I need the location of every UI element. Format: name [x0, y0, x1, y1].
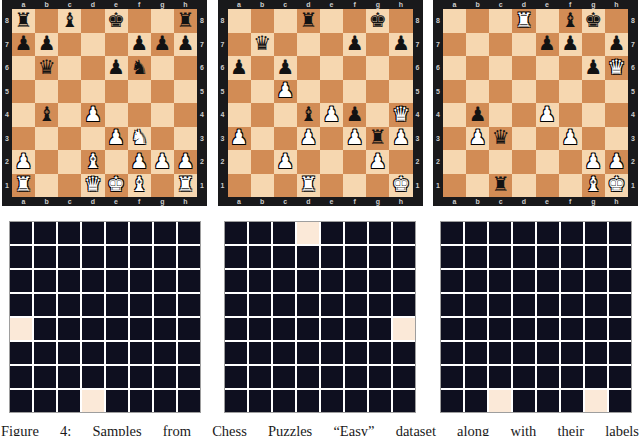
- piece-black-pawn: ♟: [607, 33, 625, 53]
- square-g3: [151, 127, 174, 151]
- square-c7: [274, 33, 297, 57]
- piece-black-king: ♚: [107, 10, 125, 30]
- piece-white-pawn: ♟: [469, 127, 487, 147]
- heatmap-cell-c8: [58, 222, 80, 244]
- heatmap-cell-c3: [273, 342, 295, 364]
- rank-label-2: 2: [2, 150, 12, 174]
- rank-label-2: 2: [218, 150, 228, 174]
- piece-white-bishop: ♝: [584, 174, 602, 194]
- heatmap-cell-d4: [82, 318, 104, 340]
- square-a5: [228, 80, 251, 104]
- heatmaps-row: [0, 221, 640, 413]
- piece-white-knight: ♞: [130, 127, 148, 147]
- rank-label-8: 8: [218, 9, 228, 33]
- square-d2: [512, 150, 535, 174]
- heatmap-cell-e3: [537, 342, 559, 364]
- piece-white-pawn: ♟: [84, 104, 102, 124]
- square-f4: [128, 103, 151, 127]
- square-c7: [58, 33, 81, 57]
- piece-white-bishop: ♝: [84, 151, 102, 171]
- rank-label-5: 5: [628, 80, 638, 104]
- piece-black-pawn: ♟: [392, 33, 410, 53]
- square-f5: [559, 80, 582, 104]
- rank-label-1: 1: [433, 174, 443, 198]
- square-c5: [58, 80, 81, 104]
- square-d6: [297, 56, 320, 80]
- square-b6: [466, 56, 489, 80]
- square-g6: [366, 56, 389, 80]
- square-g6: [151, 56, 174, 80]
- square-b4: [251, 103, 274, 127]
- heatmap-cell-a3: [441, 342, 463, 364]
- square-a8: [443, 9, 466, 33]
- heatmap-cell-h6: [178, 270, 200, 292]
- square-g8: ♚: [366, 9, 389, 33]
- square-a7: [228, 33, 251, 57]
- board-3-frame-corner: [433, 0, 443, 9]
- heatmap-cell-d4: [513, 318, 535, 340]
- board-1-frame-corner: [197, 197, 207, 206]
- rank-label-5: 5: [413, 80, 423, 104]
- file-label-h: h: [605, 0, 628, 9]
- square-a5: [443, 80, 466, 104]
- square-c1: ♜: [489, 174, 512, 198]
- heatmap-cell-d1-highlighted: [82, 390, 104, 412]
- square-e7: [320, 33, 343, 57]
- square-f5: [128, 80, 151, 104]
- square-e7: ♟: [536, 33, 559, 57]
- heatmap-cell-e5: [106, 294, 128, 316]
- heatmap-cell-f4: [345, 318, 367, 340]
- square-h1: ♜: [174, 174, 197, 198]
- heatmap-cell-b2: [34, 366, 56, 388]
- file-label-f: f: [343, 0, 366, 9]
- square-h3: ♟: [389, 127, 412, 151]
- rank-label-6: 6: [413, 56, 423, 80]
- file-label-d: d: [512, 0, 535, 9]
- piece-black-pawn: ♟: [176, 33, 194, 53]
- square-g6: ♟: [582, 56, 605, 80]
- rank-label-7: 7: [413, 33, 423, 57]
- heatmap-cell-f2: [345, 366, 367, 388]
- heatmap-cell-c8: [489, 222, 511, 244]
- piece-black-rook: ♜: [15, 10, 33, 30]
- square-a6: ♟: [228, 56, 251, 80]
- square-h5: [389, 80, 412, 104]
- rank-label-5: 5: [433, 80, 443, 104]
- heatmap-cell-d3: [297, 342, 319, 364]
- heatmap-cell-a1: [225, 390, 247, 412]
- file-label-e: e: [536, 197, 559, 206]
- file-label-d: d: [81, 197, 104, 206]
- rank-label-8: 8: [2, 9, 12, 33]
- rank-label-2: 2: [413, 150, 423, 174]
- heatmap-cell-h4: [609, 318, 631, 340]
- square-b7: ♛: [251, 33, 274, 57]
- heatmap-cell-e6: [106, 270, 128, 292]
- rank-label-8: 8: [413, 9, 423, 33]
- heatmap-cell-h6: [609, 270, 631, 292]
- heatmap-cell-c6: [58, 270, 80, 292]
- heatmap-cell-c7: [489, 246, 511, 268]
- heatmap-cell-g4: [369, 318, 391, 340]
- heatmap-cell-e7: [106, 246, 128, 268]
- square-c5: ♟: [274, 80, 297, 104]
- square-d5: [297, 80, 320, 104]
- piece-black-pawn: ♟: [346, 33, 364, 53]
- piece-black-pawn: ♟: [276, 57, 294, 77]
- square-g8: ♚: [582, 9, 605, 33]
- file-label-d: d: [81, 0, 104, 9]
- piece-white-queen: ♛: [84, 174, 102, 194]
- heatmap-cell-a5: [441, 294, 463, 316]
- file-label-a: a: [228, 0, 251, 9]
- heatmap-cell-h8: [393, 222, 415, 244]
- rank-label-2: 2: [628, 150, 638, 174]
- rank-label-2: 2: [197, 150, 207, 174]
- rank-label-3: 3: [197, 127, 207, 151]
- heatmap-cell-c4: [273, 318, 295, 340]
- square-f5: [343, 80, 366, 104]
- square-b6: [251, 56, 274, 80]
- heatmap-cell-g1: [369, 390, 391, 412]
- heatmap-column-board-3: [433, 221, 638, 413]
- rank-label-3: 3: [413, 127, 423, 151]
- heatmap-cell-d7: [82, 246, 104, 268]
- file-label-h: h: [605, 197, 628, 206]
- board-1-frame-corner: [2, 197, 12, 206]
- piece-black-queen: ♛: [253, 33, 271, 53]
- square-d1: [512, 174, 535, 198]
- square-h2: [389, 150, 412, 174]
- square-d8: ♜: [512, 9, 535, 33]
- heatmap-cell-g6: [154, 270, 176, 292]
- rank-label-5: 5: [2, 80, 12, 104]
- move-heatmap-board-3: [440, 221, 632, 413]
- square-h4: [605, 103, 628, 127]
- rank-label-7: 7: [628, 33, 638, 57]
- board-1-frame-corner: [197, 0, 207, 9]
- rank-label-7: 7: [2, 33, 12, 57]
- square-c2: ♟: [274, 150, 297, 174]
- square-b1: [35, 174, 58, 198]
- heatmap-cell-g7: [154, 246, 176, 268]
- heatmap-cell-e8: [537, 222, 559, 244]
- square-h6: [174, 56, 197, 80]
- file-label-f: f: [559, 197, 582, 206]
- heatmap-cell-b8: [465, 222, 487, 244]
- rank-label-8: 8: [197, 9, 207, 33]
- board-3-frame-corner: [628, 0, 638, 9]
- board-2-frame-corner: [218, 0, 228, 9]
- file-label-d: d: [297, 0, 320, 9]
- square-g5: [582, 80, 605, 104]
- square-a1: [228, 174, 251, 198]
- square-b3: [251, 127, 274, 151]
- heatmap-cell-e4: [106, 318, 128, 340]
- heatmap-cell-h8: [178, 222, 200, 244]
- heatmap-cell-h3: [178, 342, 200, 364]
- heatmap-cell-b1: [465, 390, 487, 412]
- square-h6: ♛: [605, 56, 628, 80]
- square-h7: ♟: [174, 33, 197, 57]
- heatmap-cell-f1: [561, 390, 583, 412]
- heatmap-cell-b5: [249, 294, 271, 316]
- heatmap-cell-a2: [225, 366, 247, 388]
- square-a6: [443, 56, 466, 80]
- square-f3: ♞: [128, 127, 151, 151]
- square-h4: ♛: [389, 103, 412, 127]
- file-label-e: e: [105, 0, 128, 9]
- rank-label-1: 1: [218, 174, 228, 198]
- square-e6: ♟: [105, 56, 128, 80]
- heatmap-cell-c4: [489, 318, 511, 340]
- move-heatmap-board-2: [224, 221, 416, 413]
- square-b1: [466, 174, 489, 198]
- heatmap-cell-h1: [393, 390, 415, 412]
- square-h1: ♚: [605, 174, 628, 198]
- heatmap-cell-h2: [609, 366, 631, 388]
- heatmap-cell-g1: [154, 390, 176, 412]
- heatmap-cell-f3: [130, 342, 152, 364]
- square-f7: ♟: [128, 33, 151, 57]
- file-label-a: a: [443, 197, 466, 206]
- rank-label-1: 1: [628, 174, 638, 198]
- piece-black-pawn: ♟: [38, 33, 56, 53]
- piece-black-pawn: ♟: [230, 57, 248, 77]
- heatmap-cell-c1: [58, 390, 80, 412]
- heatmap-cell-g7: [369, 246, 391, 268]
- square-a4: [443, 103, 466, 127]
- square-b7: ♟: [35, 33, 58, 57]
- square-g1: [366, 174, 389, 198]
- heatmap-cell-a6: [10, 270, 32, 292]
- file-label-a: a: [228, 197, 251, 206]
- piece-black-queen: ♛: [38, 57, 56, 77]
- heatmap-cell-h2: [178, 366, 200, 388]
- square-b6: ♛: [35, 56, 58, 80]
- heatmap-cell-e5: [321, 294, 343, 316]
- square-h5: [174, 80, 197, 104]
- square-f1: [343, 174, 366, 198]
- heatmap-cell-b5: [34, 294, 56, 316]
- piece-white-pawn: ♟: [369, 151, 387, 171]
- piece-black-pawn: ♟: [15, 33, 33, 53]
- square-a4: [12, 103, 35, 127]
- piece-white-pawn: ♟: [276, 80, 294, 100]
- piece-black-king: ♚: [369, 10, 387, 30]
- heatmap-cell-a8: [225, 222, 247, 244]
- rank-label-8: 8: [628, 9, 638, 33]
- piece-white-pawn: ♟: [130, 151, 148, 171]
- piece-black-pawn: ♟: [130, 33, 148, 53]
- square-a8: [228, 9, 251, 33]
- heatmap-cell-b3: [465, 342, 487, 364]
- heatmap-cell-b5: [465, 294, 487, 316]
- square-f7: ♟: [343, 33, 366, 57]
- heatmap-cell-a3: [10, 342, 32, 364]
- square-e5: [536, 80, 559, 104]
- square-e3: ♟: [105, 127, 128, 151]
- piece-white-pawn: ♟: [584, 151, 602, 171]
- piece-white-pawn: ♟: [607, 151, 625, 171]
- square-c6: [489, 56, 512, 80]
- square-f6: [559, 56, 582, 80]
- heatmap-cell-d3: [82, 342, 104, 364]
- piece-white-pawn: ♟: [176, 151, 194, 171]
- heatmap-cell-c7: [273, 246, 295, 268]
- piece-white-pawn: ♟: [392, 127, 410, 147]
- square-h7: ♟: [389, 33, 412, 57]
- rank-label-4: 4: [433, 103, 443, 127]
- file-label-h: h: [389, 197, 412, 206]
- piece-white-pawn: ♟: [15, 151, 33, 171]
- square-h3: [174, 127, 197, 151]
- square-b4: ♝: [35, 103, 58, 127]
- square-b2: [466, 150, 489, 174]
- rank-label-6: 6: [433, 56, 443, 80]
- heatmap-cell-c1-highlighted: [489, 390, 511, 412]
- rank-label-4: 4: [413, 103, 423, 127]
- square-g2: ♟: [366, 150, 389, 174]
- heatmap-cell-b7: [465, 246, 487, 268]
- rank-label-3: 3: [628, 127, 638, 151]
- piece-white-pawn: ♟: [153, 151, 171, 171]
- heatmap-cell-g1-highlighted: [585, 390, 607, 412]
- heatmap-cell-g5: [154, 294, 176, 316]
- square-c8: [489, 9, 512, 33]
- rank-label-2: 2: [433, 150, 443, 174]
- square-f4: ♟: [343, 103, 366, 127]
- heatmap-cell-d8: [82, 222, 104, 244]
- piece-white-king: ♚: [607, 174, 625, 194]
- heatmap-cell-f7: [561, 246, 583, 268]
- heatmap-cell-h7: [178, 246, 200, 268]
- heatmap-column-board-2: [218, 221, 423, 413]
- heatmap-cell-d5: [297, 294, 319, 316]
- heatmap-cell-e7: [537, 246, 559, 268]
- heatmap-cell-d1: [513, 390, 535, 412]
- square-c3: [58, 127, 81, 151]
- heatmap-cell-a2: [441, 366, 463, 388]
- piece-white-pawn: ♟: [276, 151, 294, 171]
- heatmap-cell-a5: [225, 294, 247, 316]
- square-e8: ♚: [105, 9, 128, 33]
- heatmap-cell-f2: [130, 366, 152, 388]
- heatmap-cell-b2: [465, 366, 487, 388]
- piece-white-rook: ♜: [515, 10, 533, 30]
- square-h2: ♟: [605, 150, 628, 174]
- piece-white-king: ♚: [107, 174, 125, 194]
- rank-label-4: 4: [2, 103, 12, 127]
- heatmap-cell-e5: [537, 294, 559, 316]
- piece-white-rook: ♜: [176, 174, 194, 194]
- heatmap-cell-b2: [249, 366, 271, 388]
- piece-white-pawn: ♟: [323, 104, 341, 124]
- square-d7: [512, 33, 535, 57]
- square-d4: [512, 103, 535, 127]
- square-h2: ♟: [174, 150, 197, 174]
- heatmap-cell-g6: [585, 270, 607, 292]
- file-label-c: c: [58, 0, 81, 9]
- piece-black-bishop: ♝: [299, 104, 317, 124]
- square-d5: [512, 80, 535, 104]
- square-e1: ♚: [105, 174, 128, 198]
- heatmap-cell-a6: [441, 270, 463, 292]
- heatmap-cell-c6: [489, 270, 511, 292]
- heatmap-cell-c5: [273, 294, 295, 316]
- heatmap-cell-g7: [585, 246, 607, 268]
- square-e4: [105, 103, 128, 127]
- heatmap-cell-b3: [34, 342, 56, 364]
- heatmap-cell-e6: [321, 270, 343, 292]
- square-f2: [559, 150, 582, 174]
- heatmap-cell-g2: [369, 366, 391, 388]
- square-e5: [105, 80, 128, 104]
- file-label-a: a: [12, 0, 35, 9]
- heatmap-cell-e2: [321, 366, 343, 388]
- square-e2: [105, 150, 128, 174]
- heatmap-cell-h8: [609, 222, 631, 244]
- square-g3: [582, 127, 605, 151]
- file-label-e: e: [536, 0, 559, 9]
- heatmap-cell-f5: [345, 294, 367, 316]
- piece-black-pawn: ♟: [584, 57, 602, 77]
- square-a4: [228, 103, 251, 127]
- square-f8: ♝: [559, 9, 582, 33]
- heatmap-cell-c1: [273, 390, 295, 412]
- piece-white-pawn: ♟: [561, 127, 579, 147]
- square-f1: ♝: [128, 174, 151, 198]
- heatmap-cell-a8: [441, 222, 463, 244]
- heatmap-cell-d2: [513, 366, 535, 388]
- rank-label-4: 4: [218, 103, 228, 127]
- heatmap-cell-h7: [609, 246, 631, 268]
- square-c4: [58, 103, 81, 127]
- heatmap-cell-b6: [249, 270, 271, 292]
- heatmap-cell-c5: [58, 294, 80, 316]
- file-label-a: a: [12, 197, 35, 206]
- square-a1: [443, 174, 466, 198]
- heatmap-cell-e1: [106, 390, 128, 412]
- heatmap-cell-c7: [58, 246, 80, 268]
- heatmap-cell-f8: [561, 222, 583, 244]
- heatmap-cell-e1: [321, 390, 343, 412]
- square-b5: [466, 80, 489, 104]
- heatmap-cell-g8: [585, 222, 607, 244]
- square-e4: ♟: [536, 103, 559, 127]
- file-label-c: c: [489, 0, 512, 9]
- piece-black-bishop: ♝: [38, 104, 56, 124]
- board-2-frame-corner: [218, 197, 228, 206]
- heatmap-cell-h7: [393, 246, 415, 268]
- heatmap-cell-f4: [561, 318, 583, 340]
- square-d8: [81, 9, 104, 33]
- square-g5: [151, 80, 174, 104]
- file-label-b: b: [466, 0, 489, 9]
- heatmap-cell-f6: [130, 270, 152, 292]
- file-label-e: e: [320, 0, 343, 9]
- square-f6: ♞: [128, 56, 151, 80]
- piece-white-queen: ♛: [392, 104, 410, 124]
- file-label-d: d: [512, 197, 535, 206]
- square-c1: [58, 174, 81, 198]
- heatmap-cell-h5: [178, 294, 200, 316]
- rank-label-4: 4: [628, 103, 638, 127]
- rank-label-4: 4: [197, 103, 207, 127]
- heatmap-cell-g8: [154, 222, 176, 244]
- square-b5: [251, 80, 274, 104]
